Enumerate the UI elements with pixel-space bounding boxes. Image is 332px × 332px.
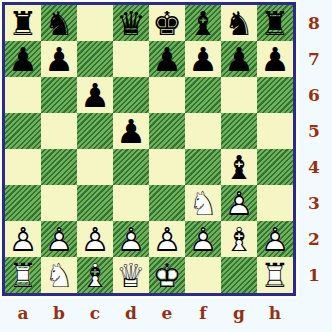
white-piece-outline: ♙: [149, 221, 185, 257]
square-c7[interactable]: [77, 41, 113, 77]
piece-white-knight-b1[interactable]: ♞♘: [41, 257, 77, 293]
white-piece-outline: ♙: [257, 221, 293, 257]
square-b6[interactable]: [41, 77, 77, 113]
black-piece-glyph: ♛: [113, 5, 149, 41]
square-f7[interactable]: ♟: [185, 41, 221, 77]
square-f1[interactable]: [185, 257, 221, 293]
file-label-d: d: [113, 300, 149, 326]
square-a6[interactable]: [5, 77, 41, 113]
square-d5[interactable]: ♟: [113, 113, 149, 149]
square-e1[interactable]: ♚♔: [149, 257, 185, 293]
square-f5[interactable]: [185, 113, 221, 149]
piece-white-rook-h1[interactable]: ♜♖: [257, 257, 293, 293]
square-g6[interactable]: [221, 77, 257, 113]
square-g4[interactable]: ♝: [221, 149, 257, 185]
white-piece-outline: ♕: [113, 257, 149, 293]
square-c2[interactable]: ♟♙: [77, 221, 113, 257]
piece-black-pawn-c6[interactable]: ♟: [77, 77, 113, 113]
piece-black-pawn-h7[interactable]: ♟: [257, 41, 293, 77]
square-f8[interactable]: ♝: [185, 5, 221, 41]
black-piece-glyph: ♟: [221, 41, 257, 77]
square-b3[interactable]: [41, 185, 77, 221]
black-piece-glyph: ♟: [5, 41, 41, 77]
white-piece-outline: ♙: [41, 221, 77, 257]
square-g8[interactable]: ♞: [221, 5, 257, 41]
square-f3[interactable]: ♞♘: [185, 185, 221, 221]
square-h6[interactable]: [257, 77, 293, 113]
white-piece-outline: ♙: [113, 221, 149, 257]
rank-label-7: 7: [299, 41, 329, 77]
white-piece-outline: ♗: [221, 221, 257, 257]
piece-white-pawn-e2[interactable]: ♟♙: [149, 221, 185, 257]
rank-label-1: 1: [299, 257, 329, 293]
piece-black-pawn-g7[interactable]: ♟: [221, 41, 257, 77]
black-piece-glyph: ♟: [149, 41, 185, 77]
piece-black-pawn-f7[interactable]: ♟: [185, 41, 221, 77]
piece-white-rook-a1[interactable]: ♜♖: [5, 257, 41, 293]
square-d8[interactable]: ♛: [113, 5, 149, 41]
piece-black-queen-d8[interactable]: ♛: [113, 5, 149, 41]
square-a5[interactable]: [5, 113, 41, 149]
board-border: ♜♞♛♚♝♞♜♟♟♟♟♟♟♟♟♝♞♘♟♙♟♙♟♙♟♙♟♙♟♙♟♙♝♗♟♙♜♖♞♘…: [2, 2, 296, 296]
square-d7[interactable]: [113, 41, 149, 77]
square-e3[interactable]: [149, 185, 185, 221]
square-a8[interactable]: ♜: [5, 5, 41, 41]
piece-white-pawn-d2[interactable]: ♟♙: [113, 221, 149, 257]
square-h5[interactable]: [257, 113, 293, 149]
file-label-a: a: [5, 300, 41, 326]
square-h3[interactable]: [257, 185, 293, 221]
chess-board: ♜♞♛♚♝♞♜♟♟♟♟♟♟♟♟♝♞♘♟♙♟♙♟♙♟♙♟♙♟♙♟♙♝♗♟♙♜♖♞♘…: [5, 5, 293, 293]
square-d1[interactable]: ♛♕: [113, 257, 149, 293]
square-d4[interactable]: [113, 149, 149, 185]
piece-black-bishop-f8[interactable]: ♝: [185, 5, 221, 41]
white-piece-outline: ♙: [221, 185, 257, 221]
square-f2[interactable]: ♟♙: [185, 221, 221, 257]
square-b1[interactable]: ♞♘: [41, 257, 77, 293]
square-g1[interactable]: [221, 257, 257, 293]
square-b5[interactable]: [41, 113, 77, 149]
square-b7[interactable]: ♟: [41, 41, 77, 77]
piece-black-knight-g8[interactable]: ♞: [221, 5, 257, 41]
rank-label-5: 5: [299, 113, 329, 149]
white-piece-outline: ♔: [149, 257, 185, 293]
square-g3[interactable]: ♟♙: [221, 185, 257, 221]
square-c6[interactable]: ♟: [77, 77, 113, 113]
piece-black-king-e8[interactable]: ♚: [149, 5, 185, 41]
white-piece-outline: ♙: [77, 221, 113, 257]
piece-white-pawn-f2[interactable]: ♟♙: [185, 221, 221, 257]
file-label-h: h: [257, 300, 293, 326]
white-piece-outline: ♘: [41, 257, 77, 293]
black-piece-glyph: ♟: [185, 41, 221, 77]
piece-white-pawn-a2[interactable]: ♟♙: [5, 221, 41, 257]
square-g7[interactable]: ♟: [221, 41, 257, 77]
white-piece-outline: ♙: [5, 221, 41, 257]
square-h7[interactable]: ♟: [257, 41, 293, 77]
square-h4[interactable]: [257, 149, 293, 185]
square-d6[interactable]: [113, 77, 149, 113]
square-h1[interactable]: ♜♖: [257, 257, 293, 293]
square-h8[interactable]: ♜: [257, 5, 293, 41]
square-a3[interactable]: [5, 185, 41, 221]
square-e8[interactable]: ♚: [149, 5, 185, 41]
square-e4[interactable]: [149, 149, 185, 185]
white-piece-outline: ♙: [185, 221, 221, 257]
square-e2[interactable]: ♟♙: [149, 221, 185, 257]
square-a4[interactable]: [5, 149, 41, 185]
square-c8[interactable]: [77, 5, 113, 41]
file-label-f: f: [185, 300, 221, 326]
black-piece-glyph: ♜: [5, 5, 41, 41]
black-piece-glyph: ♚: [149, 5, 185, 41]
square-e7[interactable]: ♟: [149, 41, 185, 77]
square-b8[interactable]: ♞: [41, 5, 77, 41]
black-piece-glyph: ♟: [113, 113, 149, 149]
piece-black-pawn-b7[interactable]: ♟: [41, 41, 77, 77]
black-piece-glyph: ♞: [41, 5, 77, 41]
piece-black-pawn-a7[interactable]: ♟: [5, 41, 41, 77]
square-a2[interactable]: ♟♙: [5, 221, 41, 257]
piece-white-pawn-b2[interactable]: ♟♙: [41, 221, 77, 257]
square-e6[interactable]: [149, 77, 185, 113]
rank-label-4: 4: [299, 149, 329, 185]
square-c1[interactable]: ♝♗: [77, 257, 113, 293]
square-g2[interactable]: ♝♗: [221, 221, 257, 257]
piece-black-rook-h8[interactable]: ♜: [257, 5, 293, 41]
black-piece-glyph: ♞: [221, 5, 257, 41]
square-c4[interactable]: [77, 149, 113, 185]
rank-label-2: 2: [299, 221, 329, 257]
white-piece-outline: ♖: [257, 257, 293, 293]
square-b2[interactable]: ♟♙: [41, 221, 77, 257]
piece-white-queen-d1[interactable]: ♛♕: [113, 257, 149, 293]
piece-black-pawn-d5[interactable]: ♟: [113, 113, 149, 149]
square-d3[interactable]: [113, 185, 149, 221]
chess-app-view: ♜♞♛♚♝♞♜♟♟♟♟♟♟♟♟♝♞♘♟♙♟♙♟♙♟♙♟♙♟♙♟♙♝♗♟♙♜♖♞♘…: [0, 0, 332, 332]
black-piece-glyph: ♟: [41, 41, 77, 77]
piece-white-king-e1[interactable]: ♚♔: [149, 257, 185, 293]
piece-black-rook-a8[interactable]: ♜: [5, 5, 41, 41]
square-a1[interactable]: ♜♖: [5, 257, 41, 293]
square-g5[interactable]: [221, 113, 257, 149]
black-piece-glyph: ♝: [221, 149, 257, 185]
piece-white-pawn-g3[interactable]: ♟♙: [221, 185, 257, 221]
white-piece-outline: ♖: [5, 257, 41, 293]
piece-white-knight-f3[interactable]: ♞♘: [185, 185, 221, 221]
board-frame: ♜♞♛♚♝♞♜♟♟♟♟♟♟♟♟♝♞♘♟♙♟♙♟♙♟♙♟♙♟♙♟♙♝♗♟♙♜♖♞♘…: [0, 0, 298, 298]
white-piece-outline: ♘: [185, 185, 221, 221]
rank-label-3: 3: [299, 185, 329, 221]
rank-label-6: 6: [299, 77, 329, 113]
square-h2[interactable]: ♟♙: [257, 221, 293, 257]
square-e5[interactable]: [149, 113, 185, 149]
piece-black-knight-b8[interactable]: ♞: [41, 5, 77, 41]
square-a7[interactable]: ♟: [5, 41, 41, 77]
file-label-g: g: [221, 300, 257, 326]
square-d2[interactable]: ♟♙: [113, 221, 149, 257]
file-label-e: e: [149, 300, 185, 326]
white-piece-outline: ♗: [77, 257, 113, 293]
square-c3[interactable]: [77, 185, 113, 221]
piece-white-pawn-h2[interactable]: ♟♙: [257, 221, 293, 257]
black-piece-glyph: ♝: [185, 5, 221, 41]
piece-white-pawn-c2[interactable]: ♟♙: [77, 221, 113, 257]
square-c5[interactable]: [77, 113, 113, 149]
file-label-b: b: [41, 300, 77, 326]
piece-black-bishop-g4[interactable]: ♝: [221, 149, 257, 185]
square-f6[interactable]: [185, 77, 221, 113]
piece-white-bishop-c1[interactable]: ♝♗: [77, 257, 113, 293]
square-f4[interactable]: [185, 149, 221, 185]
black-piece-glyph: ♟: [77, 77, 113, 113]
file-label-c: c: [77, 300, 113, 326]
black-piece-glyph: ♟: [257, 41, 293, 77]
square-b4[interactable]: [41, 149, 77, 185]
piece-black-pawn-e7[interactable]: ♟: [149, 41, 185, 77]
rank-label-8: 8: [299, 5, 329, 41]
piece-white-bishop-g2[interactable]: ♝♗: [221, 221, 257, 257]
black-piece-glyph: ♜: [257, 5, 293, 41]
